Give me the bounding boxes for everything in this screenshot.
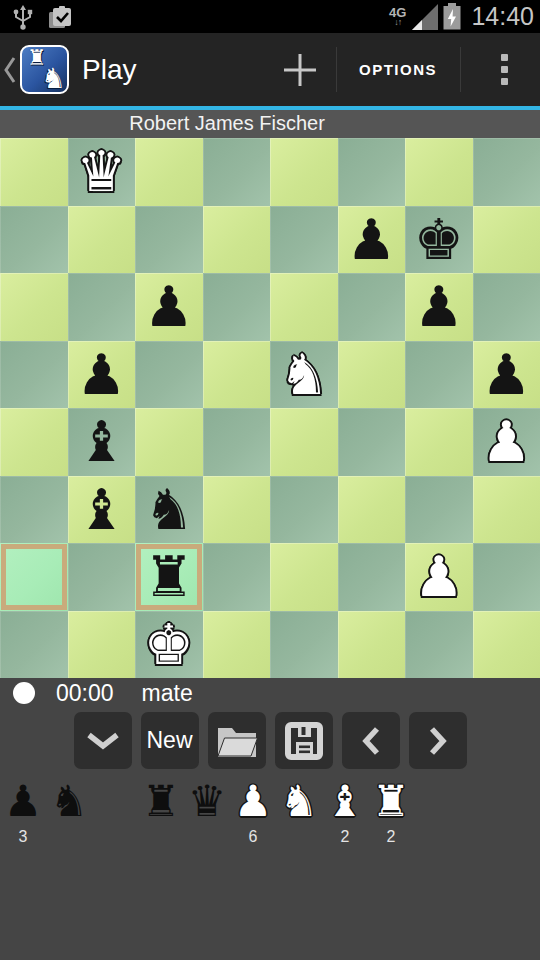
captured-count: 2 xyxy=(387,828,396,845)
square-f1[interactable] xyxy=(338,611,406,679)
overflow-menu-button[interactable] xyxy=(484,33,524,106)
captured-white-pawn: ♟ xyxy=(234,775,273,827)
captured-slot-white-queen xyxy=(414,775,460,845)
black-bishop: ♝ xyxy=(76,408,126,475)
clock-row: 00:00 mate xyxy=(0,678,540,708)
square-f8[interactable] xyxy=(338,138,406,206)
side-to-move-indicator xyxy=(13,682,35,704)
captured-black-rook: ♜ xyxy=(142,775,181,827)
square-d7[interactable] xyxy=(203,206,271,274)
control-button-row: New xyxy=(0,712,540,769)
app-icon[interactable]: ♜ ♞ xyxy=(20,45,69,94)
captured-black-queen: ♛ xyxy=(188,775,227,827)
square-c2[interactable]: ♜ xyxy=(135,543,203,611)
black-pawn: ♟ xyxy=(481,341,531,408)
save-game-button[interactable] xyxy=(275,712,333,769)
captured-slot-black-rook: ♜ xyxy=(138,775,184,845)
square-g6[interactable]: ♟ xyxy=(405,273,473,341)
square-e4[interactable] xyxy=(270,408,338,476)
square-b6[interactable] xyxy=(68,273,136,341)
battery-charging-icon xyxy=(443,3,461,30)
captured-slot-white-bishop: ♝2 xyxy=(322,775,368,845)
captured-slot-black-queen: ♛ xyxy=(184,775,230,845)
square-e8[interactable] xyxy=(270,138,338,206)
save-floppy-icon xyxy=(284,721,324,761)
square-b8[interactable]: ♛ xyxy=(68,138,136,206)
square-h8[interactable] xyxy=(473,138,540,206)
square-c3[interactable]: ♞ xyxy=(135,476,203,544)
white-knight: ♞ xyxy=(279,341,329,408)
page-title: Play xyxy=(82,54,136,86)
captured-count: 6 xyxy=(249,828,258,845)
player-name-bar: Robert James Fischer xyxy=(0,110,540,138)
square-h4[interactable]: ♟ xyxy=(473,408,540,476)
square-c5[interactable] xyxy=(135,341,203,409)
square-h1[interactable] xyxy=(473,611,540,679)
open-game-button[interactable] xyxy=(208,712,266,769)
square-g8[interactable] xyxy=(405,138,473,206)
white-king: ♚ xyxy=(144,611,194,678)
captured-slot-black-bishop xyxy=(92,775,138,845)
square-h3[interactable] xyxy=(473,476,540,544)
square-g2[interactable]: ♟ xyxy=(405,543,473,611)
captured-slot-black-pawn: ♟3 xyxy=(0,775,46,845)
captured-white-bishop: ♝ xyxy=(326,775,365,827)
white-pawn: ♟ xyxy=(414,543,464,610)
action-bar: ♜ ♞ Play OPTIONS xyxy=(0,33,540,106)
square-a2[interactable] xyxy=(0,543,68,611)
action-bar-divider xyxy=(336,47,337,92)
square-f5[interactable] xyxy=(338,341,406,409)
white-queen: ♛ xyxy=(76,138,126,205)
back-button[interactable] xyxy=(0,33,20,106)
square-f6[interactable] xyxy=(338,273,406,341)
square-b5[interactable]: ♟ xyxy=(68,341,136,409)
chevron-left-icon xyxy=(361,725,381,757)
square-a1[interactable] xyxy=(0,611,68,679)
square-d1[interactable] xyxy=(203,611,271,679)
square-b4[interactable]: ♝ xyxy=(68,408,136,476)
square-e6[interactable] xyxy=(270,273,338,341)
square-d3[interactable] xyxy=(203,476,271,544)
add-game-button[interactable] xyxy=(268,33,332,106)
square-d5[interactable] xyxy=(203,341,271,409)
app-icon-knight-glyph: ♞ xyxy=(41,65,66,93)
black-pawn: ♟ xyxy=(346,206,396,273)
square-e1[interactable] xyxy=(270,611,338,679)
square-a5[interactable] xyxy=(0,341,68,409)
square-d2[interactable] xyxy=(203,543,271,611)
collapse-panel-button[interactable] xyxy=(74,712,132,769)
square-c6[interactable]: ♟ xyxy=(135,273,203,341)
square-d4[interactable] xyxy=(203,408,271,476)
square-e3[interactable] xyxy=(270,476,338,544)
status-bar: 4G ↓↑ 14:40 xyxy=(0,0,540,33)
square-h6[interactable] xyxy=(473,273,540,341)
square-h5[interactable]: ♟ xyxy=(473,341,540,409)
back-chevron-icon xyxy=(3,54,17,86)
square-c4[interactable] xyxy=(135,408,203,476)
square-a4[interactable] xyxy=(0,408,68,476)
chevron-down-icon xyxy=(85,732,121,750)
captured-black-knight: ♞ xyxy=(50,775,89,827)
square-f4[interactable] xyxy=(338,408,406,476)
captured-black-pawn: ♟ xyxy=(4,775,43,827)
usb-icon xyxy=(12,4,34,30)
game-clock: 00:00 xyxy=(56,680,114,707)
captured-count: 2 xyxy=(341,828,350,845)
square-e7[interactable] xyxy=(270,206,338,274)
black-pawn: ♟ xyxy=(414,273,464,340)
captured-slot-black-knight: ♞ xyxy=(46,775,92,845)
square-c7[interactable] xyxy=(135,206,203,274)
square-f7[interactable]: ♟ xyxy=(338,206,406,274)
square-a8[interactable] xyxy=(0,138,68,206)
square-g1[interactable] xyxy=(405,611,473,679)
square-a6[interactable] xyxy=(0,273,68,341)
chess-board: ♛♟♚♟♟♟♞♟♝♟♝♞♜♟♚ xyxy=(0,138,540,678)
game-status: mate xyxy=(142,680,193,707)
captured-count: 3 xyxy=(19,828,28,845)
screen: 4G ↓↑ 14:40 ♜ ♞ Play xyxy=(0,0,540,960)
last-move-highlight xyxy=(1,544,67,610)
player-name: Robert James Fischer xyxy=(129,112,325,134)
square-b3[interactable]: ♝ xyxy=(68,476,136,544)
square-g7[interactable]: ♚ xyxy=(405,206,473,274)
square-b7[interactable] xyxy=(68,206,136,274)
chevron-right-icon xyxy=(428,725,448,757)
square-a3[interactable] xyxy=(0,476,68,544)
square-a7[interactable] xyxy=(0,206,68,274)
square-g3[interactable] xyxy=(405,476,473,544)
status-bar-right: 4G ↓↑ 14:40 xyxy=(389,2,534,31)
square-b1[interactable] xyxy=(68,611,136,679)
square-f3[interactable] xyxy=(338,476,406,544)
square-d6[interactable] xyxy=(203,273,271,341)
network-type-indicator: 4G ↓↑ xyxy=(389,7,406,26)
black-pawn: ♟ xyxy=(144,273,194,340)
signal-strength-icon xyxy=(411,4,438,30)
square-f2[interactable] xyxy=(338,543,406,611)
black-knight: ♞ xyxy=(144,476,194,543)
captured-slot-white-pawn: ♟6 xyxy=(230,775,276,845)
plus-icon xyxy=(282,52,318,88)
square-b2[interactable] xyxy=(68,543,136,611)
square-e5[interactable]: ♞ xyxy=(270,341,338,409)
square-h2[interactable] xyxy=(473,543,540,611)
captured-white-knight: ♞ xyxy=(280,775,319,827)
overflow-dot xyxy=(501,78,508,85)
clipboard-check-icon xyxy=(46,4,73,30)
square-c8[interactable] xyxy=(135,138,203,206)
square-g4[interactable] xyxy=(405,408,473,476)
status-bar-left xyxy=(12,4,73,30)
captured-slot-white-knight: ♞ xyxy=(276,775,322,845)
black-bishop: ♝ xyxy=(76,476,126,543)
bottom-panel: 00:00 mate New xyxy=(0,678,540,845)
next-move-button[interactable] xyxy=(409,712,467,769)
square-h7[interactable] xyxy=(473,206,540,274)
open-folder-icon xyxy=(216,724,258,758)
overflow-dot xyxy=(501,66,508,73)
captured-white-rook: ♜ xyxy=(372,775,411,827)
status-bar-clock: 14:40 xyxy=(471,2,534,31)
action-bar-divider xyxy=(460,47,461,92)
black-king: ♚ xyxy=(414,206,464,273)
captured-slot-white-rook: ♜2 xyxy=(368,775,414,845)
options-button[interactable]: OPTIONS xyxy=(344,33,452,106)
captured-pieces-tray: ♟3♞♜♛♟6♞♝2♜2 xyxy=(0,775,540,845)
previous-move-button[interactable] xyxy=(342,712,400,769)
new-game-button[interactable]: New xyxy=(141,712,199,769)
square-c1[interactable]: ♚ xyxy=(135,611,203,679)
square-d8[interactable] xyxy=(203,138,271,206)
overflow-dot xyxy=(501,54,508,61)
black-rook: ♜ xyxy=(144,543,194,610)
square-e2[interactable] xyxy=(270,543,338,611)
white-pawn: ♟ xyxy=(481,408,531,475)
square-g5[interactable] xyxy=(405,341,473,409)
black-pawn: ♟ xyxy=(76,341,126,408)
